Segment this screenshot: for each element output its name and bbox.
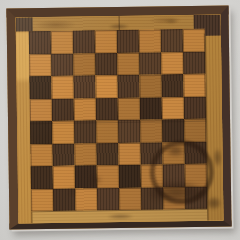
square-e1 xyxy=(119,187,141,210)
square-d4 xyxy=(96,120,118,143)
square-c7 xyxy=(73,53,95,76)
square-b1 xyxy=(53,188,75,211)
square-c8 xyxy=(73,30,95,53)
square-a7 xyxy=(29,53,51,76)
game-board xyxy=(6,5,231,229)
square-a2 xyxy=(31,166,53,189)
square-h3 xyxy=(184,141,206,164)
square-h4 xyxy=(184,119,206,142)
square-d7 xyxy=(95,53,117,76)
square-h6 xyxy=(183,74,205,97)
square-c3 xyxy=(74,143,96,166)
square-e2 xyxy=(119,165,141,188)
square-c4 xyxy=(74,120,96,143)
square-e3 xyxy=(118,142,140,165)
square-f2 xyxy=(141,164,163,187)
square-b7 xyxy=(51,53,73,76)
square-g5 xyxy=(162,97,184,120)
square-g4 xyxy=(162,119,184,142)
square-b8 xyxy=(51,31,73,54)
square-b6 xyxy=(51,76,73,99)
square-h2 xyxy=(185,164,207,187)
square-c5 xyxy=(74,98,96,121)
square-a1 xyxy=(31,188,53,211)
square-g8 xyxy=(161,29,183,52)
square-d3 xyxy=(96,143,118,166)
square-f8 xyxy=(139,29,161,52)
square-a4 xyxy=(30,121,52,144)
square-d1 xyxy=(97,188,119,211)
square-b2 xyxy=(53,166,75,189)
square-f7 xyxy=(139,52,161,75)
corner-block-top-left xyxy=(16,17,33,31)
square-f6 xyxy=(139,74,161,97)
square-f1 xyxy=(141,187,163,210)
square-g2 xyxy=(163,164,185,187)
checker-grid xyxy=(29,29,207,211)
square-a5 xyxy=(30,98,52,121)
square-h7 xyxy=(183,51,205,74)
square-d2 xyxy=(97,165,119,188)
square-h8 xyxy=(183,29,205,52)
square-d5 xyxy=(96,98,118,121)
square-d8 xyxy=(95,30,117,53)
square-g6 xyxy=(161,74,183,97)
square-g3 xyxy=(162,142,184,165)
square-e7 xyxy=(117,52,139,75)
square-g1 xyxy=(163,187,185,210)
square-f4 xyxy=(140,119,162,142)
square-c6 xyxy=(73,75,95,98)
square-e5 xyxy=(118,97,140,120)
square-d6 xyxy=(95,75,117,98)
square-a8 xyxy=(29,31,51,54)
square-b4 xyxy=(52,121,74,144)
square-c2 xyxy=(75,165,97,188)
square-a6 xyxy=(29,76,51,99)
square-f3 xyxy=(140,142,162,165)
square-e4 xyxy=(118,120,140,143)
board-inner xyxy=(16,15,224,224)
square-e6 xyxy=(117,75,139,98)
square-f5 xyxy=(140,97,162,120)
square-g7 xyxy=(161,52,183,75)
square-b5 xyxy=(52,98,74,121)
square-h1 xyxy=(185,186,207,209)
border-strip-right xyxy=(205,15,224,221)
square-e8 xyxy=(117,30,139,53)
square-b3 xyxy=(52,143,74,166)
photo-background xyxy=(0,0,240,240)
square-h5 xyxy=(184,96,206,119)
square-a3 xyxy=(30,143,52,166)
square-c1 xyxy=(75,188,97,211)
